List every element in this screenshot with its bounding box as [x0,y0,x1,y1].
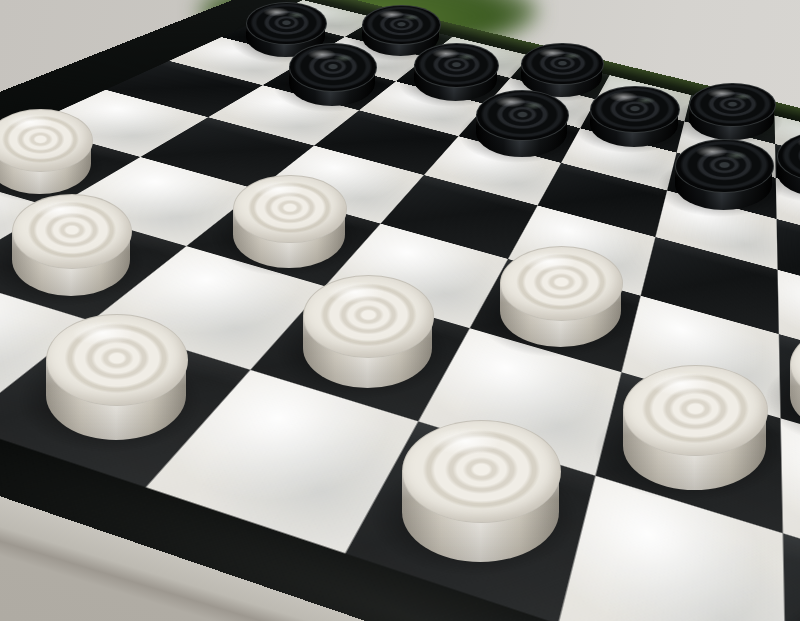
black-piece-b6 [289,43,375,106]
white-piece-c1 [46,314,186,440]
white-piece-c3 [233,175,344,268]
piece-top-face [246,2,327,45]
piece-top-face [46,314,188,406]
black-piece-e7 [590,86,678,148]
pieces-layer [0,0,800,621]
piece-top-face [233,175,346,244]
black-piece-f6 [675,139,772,210]
piece-shadow [774,585,800,621]
piece-top-face [289,43,377,91]
white-piece-e3 [500,246,621,347]
piece-top-face [476,90,569,141]
piece-top-face [362,5,441,45]
piece-top-face [623,365,769,456]
checkers-photo-scene [0,0,800,621]
white-piece-d2 [303,275,433,388]
piece-top-face [402,420,561,523]
white-piece-g3 [790,324,800,435]
black-piece-f8 [689,83,774,140]
piece-top-face [689,83,776,128]
piece-top-face [500,246,623,321]
piece-top-face [675,139,774,193]
white-piece-e1 [402,420,559,562]
black-piece-d6 [476,90,567,157]
piece-top-face [12,194,132,269]
white-piece-f2 [623,365,767,490]
piece-top-face [521,43,604,85]
piece-top-face [303,275,435,358]
piece-top-face [414,43,499,88]
white-piece-a3 [0,109,91,195]
white-piece-b2 [12,194,130,296]
